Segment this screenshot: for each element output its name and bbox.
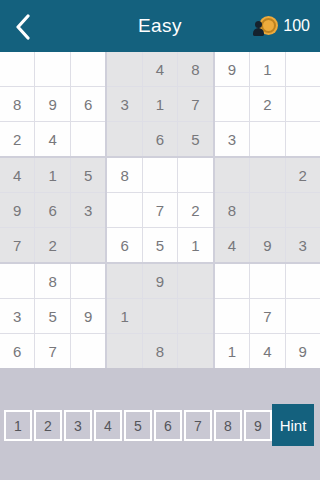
header: Easy 100 bbox=[0, 0, 320, 52]
cell-r7c2[interactable]: 8 bbox=[35, 264, 69, 298]
cell-r5c6[interactable]: 2 bbox=[178, 193, 212, 227]
cell-r2c7[interactable] bbox=[215, 87, 249, 121]
cell-r5c2[interactable]: 6 bbox=[35, 193, 69, 227]
cell-r9c2[interactable]: 7 bbox=[35, 334, 69, 368]
cell-r5c7[interactable]: 8 bbox=[215, 193, 249, 227]
sudoku-app: Easy 100 8962448317659123415963728726512… bbox=[0, 0, 320, 480]
num-button-8[interactable]: 8 bbox=[214, 410, 242, 441]
num-button-5[interactable]: 5 bbox=[124, 410, 152, 441]
cell-r1c7[interactable]: 9 bbox=[215, 52, 249, 86]
cell-r7c5[interactable]: 9 bbox=[143, 264, 177, 298]
cell-r8c3[interactable]: 9 bbox=[71, 299, 105, 333]
block-2-1: 41596372 bbox=[0, 158, 105, 262]
numpad: 1 2 3 4 5 6 7 8 9 bbox=[4, 410, 272, 441]
cell-r2c8[interactable]: 2 bbox=[250, 87, 284, 121]
cell-r5c1[interactable]: 9 bbox=[0, 193, 34, 227]
cell-r6c6[interactable]: 1 bbox=[178, 228, 212, 262]
cell-r6c7[interactable]: 4 bbox=[215, 228, 249, 262]
back-button[interactable] bbox=[6, 10, 40, 44]
cell-r4c1[interactable]: 4 bbox=[0, 158, 34, 192]
num-button-6[interactable]: 6 bbox=[154, 410, 182, 441]
cell-r6c9[interactable]: 3 bbox=[286, 228, 320, 262]
cell-r1c1[interactable] bbox=[0, 52, 34, 86]
num-button-4[interactable]: 4 bbox=[94, 410, 122, 441]
block-1-3: 9123 bbox=[215, 52, 320, 156]
cell-r7c9[interactable] bbox=[286, 264, 320, 298]
cell-r3c3[interactable] bbox=[71, 122, 105, 156]
cell-r4c3[interactable]: 5 bbox=[71, 158, 105, 192]
coin-count: 100 bbox=[283, 17, 310, 35]
cell-r4c7[interactable] bbox=[215, 158, 249, 192]
cell-r1c2[interactable] bbox=[35, 52, 69, 86]
cell-r7c1[interactable] bbox=[0, 264, 34, 298]
cell-r9c1[interactable]: 6 bbox=[0, 334, 34, 368]
cell-r7c3[interactable] bbox=[71, 264, 105, 298]
cell-r9c5[interactable]: 8 bbox=[143, 334, 177, 368]
cell-r1c3[interactable] bbox=[71, 52, 105, 86]
cell-r8c8[interactable]: 7 bbox=[250, 299, 284, 333]
cell-r2c4[interactable]: 3 bbox=[107, 87, 141, 121]
cell-r3c8[interactable] bbox=[250, 122, 284, 156]
cell-r9c4[interactable] bbox=[107, 334, 141, 368]
num-button-3[interactable]: 3 bbox=[64, 410, 92, 441]
block-3-2: 918 bbox=[107, 264, 212, 368]
cell-r2c5[interactable]: 1 bbox=[143, 87, 177, 121]
block-3-1: 835967 bbox=[0, 264, 105, 368]
cell-r5c5[interactable]: 7 bbox=[143, 193, 177, 227]
board: 8962448317659123415963728726512849383596… bbox=[0, 52, 320, 368]
cell-r3c7[interactable]: 3 bbox=[215, 122, 249, 156]
page-title: Easy bbox=[60, 0, 260, 52]
num-button-2[interactable]: 2 bbox=[34, 410, 62, 441]
hint-button[interactable]: Hint bbox=[272, 404, 314, 446]
num-button-9[interactable]: 9 bbox=[244, 410, 272, 441]
cell-r6c3[interactable] bbox=[71, 228, 105, 262]
cell-r9c9[interactable]: 9 bbox=[286, 334, 320, 368]
cell-r8c1[interactable]: 3 bbox=[0, 299, 34, 333]
cell-r1c8[interactable]: 1 bbox=[250, 52, 284, 86]
cell-r3c4[interactable] bbox=[107, 122, 141, 156]
cell-r8c9[interactable] bbox=[286, 299, 320, 333]
cell-r5c9[interactable] bbox=[286, 193, 320, 227]
cell-r2c3[interactable]: 6 bbox=[71, 87, 105, 121]
block-1-1: 89624 bbox=[0, 52, 105, 156]
cell-r7c4[interactable] bbox=[107, 264, 141, 298]
cell-r2c9[interactable] bbox=[286, 87, 320, 121]
cell-r8c2[interactable]: 5 bbox=[35, 299, 69, 333]
cell-r3c2[interactable]: 4 bbox=[35, 122, 69, 156]
cell-r6c8[interactable]: 9 bbox=[250, 228, 284, 262]
cell-r6c1[interactable]: 7 bbox=[0, 228, 34, 262]
cell-r2c2[interactable]: 9 bbox=[35, 87, 69, 121]
cell-r3c9[interactable] bbox=[286, 122, 320, 156]
block-1-2: 4831765 bbox=[107, 52, 212, 156]
cell-r4c4[interactable]: 8 bbox=[107, 158, 141, 192]
cell-r4c9[interactable]: 2 bbox=[286, 158, 320, 192]
cell-r6c4[interactable]: 6 bbox=[107, 228, 141, 262]
cell-r7c7[interactable] bbox=[215, 264, 249, 298]
cell-r5c4[interactable] bbox=[107, 193, 141, 227]
block-2-3: 28493 bbox=[215, 158, 320, 262]
cell-r8c6[interactable] bbox=[178, 299, 212, 333]
cell-r7c6[interactable] bbox=[178, 264, 212, 298]
num-button-7[interactable]: 7 bbox=[184, 410, 212, 441]
cell-r1c9[interactable] bbox=[286, 52, 320, 86]
cell-r8c5[interactable] bbox=[143, 299, 177, 333]
cell-r2c1[interactable]: 8 bbox=[0, 87, 34, 121]
cell-r4c8[interactable] bbox=[250, 158, 284, 192]
cell-r1c4[interactable] bbox=[107, 52, 141, 86]
num-button-1[interactable]: 1 bbox=[4, 410, 32, 441]
cell-r4c6[interactable] bbox=[178, 158, 212, 192]
cell-r1c5[interactable]: 4 bbox=[143, 52, 177, 86]
cell-r4c2[interactable]: 1 bbox=[35, 158, 69, 192]
cell-r3c1[interactable]: 2 bbox=[0, 122, 34, 156]
cell-r8c7[interactable] bbox=[215, 299, 249, 333]
cell-r7c8[interactable] bbox=[250, 264, 284, 298]
block-2-2: 872651 bbox=[107, 158, 212, 262]
chevron-left-icon bbox=[15, 14, 31, 40]
cell-r9c3[interactable] bbox=[71, 334, 105, 368]
cell-r3c5[interactable]: 6 bbox=[143, 122, 177, 156]
cell-r1c6[interactable]: 8 bbox=[178, 52, 212, 86]
cell-r2c6[interactable]: 7 bbox=[178, 87, 212, 121]
cell-r9c8[interactable]: 4 bbox=[250, 334, 284, 368]
cell-r6c2[interactable]: 2 bbox=[35, 228, 69, 262]
cell-r5c3[interactable]: 3 bbox=[71, 193, 105, 227]
coin-icon bbox=[252, 15, 278, 37]
block-3-3: 7149 bbox=[215, 264, 320, 368]
cell-r8c4[interactable]: 1 bbox=[107, 299, 141, 333]
cell-r9c6[interactable] bbox=[178, 334, 212, 368]
cell-r9c7[interactable]: 1 bbox=[215, 334, 249, 368]
coin-counter: 100 bbox=[252, 0, 310, 52]
cell-r5c8[interactable] bbox=[250, 193, 284, 227]
cell-r6c5[interactable]: 5 bbox=[143, 228, 177, 262]
cell-r4c5[interactable] bbox=[143, 158, 177, 192]
cell-r3c6[interactable]: 5 bbox=[178, 122, 212, 156]
